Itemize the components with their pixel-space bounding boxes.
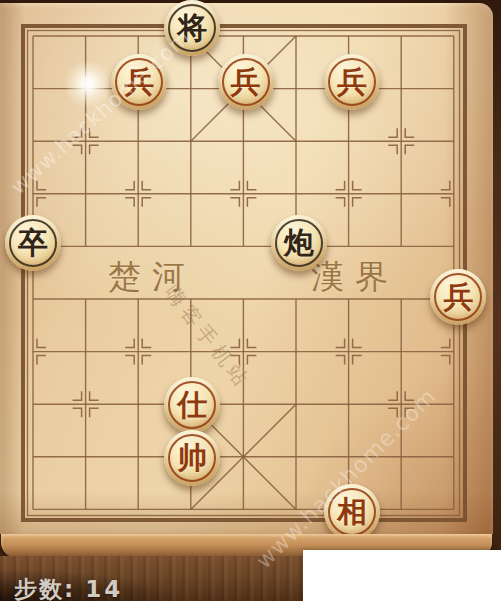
river-label-chuhe: 楚河 bbox=[108, 255, 196, 300]
site-logo[interactable]: 爱酱手游网 bbox=[303, 550, 501, 601]
piece-character: 仕 bbox=[177, 390, 207, 420]
piece-character: 兵 bbox=[231, 67, 261, 97]
move-counter: 步数:14 bbox=[14, 574, 123, 601]
piece-red-soldier[interactable]: 兵 bbox=[111, 54, 167, 110]
piece-character: 兵 bbox=[337, 67, 367, 97]
piece-character: 帅 bbox=[177, 443, 207, 473]
piece-character: 炮 bbox=[284, 228, 314, 258]
piece-red-soldier[interactable]: 兵 bbox=[218, 54, 274, 110]
move-counter-value: 14 bbox=[85, 576, 123, 601]
piece-red-soldier[interactable]: 兵 bbox=[324, 54, 380, 110]
piece-character: 卒 bbox=[18, 228, 48, 258]
piece-character: 兵 bbox=[443, 282, 473, 312]
piece-red-elephant[interactable]: 相 bbox=[324, 484, 380, 540]
piece-black-cannon[interactable]: 炮 bbox=[271, 215, 327, 271]
piece-character: 兵 bbox=[124, 67, 154, 97]
piece-black-general[interactable]: 将 bbox=[164, 0, 220, 56]
piece-red-advisor[interactable]: 仕 bbox=[164, 377, 220, 433]
game-screen: 楚河 漢界 将兵兵兵卒炮兵仕帅相 步数:14 www.hackhome.com … bbox=[0, 0, 501, 601]
piece-red-soldier[interactable]: 兵 bbox=[430, 269, 486, 325]
piece-character: 将 bbox=[177, 13, 207, 43]
piece-character: 相 bbox=[337, 497, 367, 527]
river-label-hanjie: 漢界 bbox=[311, 255, 399, 300]
xiangqi-board[interactable]: 楚河 漢界 将兵兵兵卒炮兵仕帅相 bbox=[0, 3, 493, 534]
piece-black-soldier[interactable]: 卒 bbox=[5, 215, 61, 271]
move-counter-label: 步数: bbox=[14, 576, 75, 601]
